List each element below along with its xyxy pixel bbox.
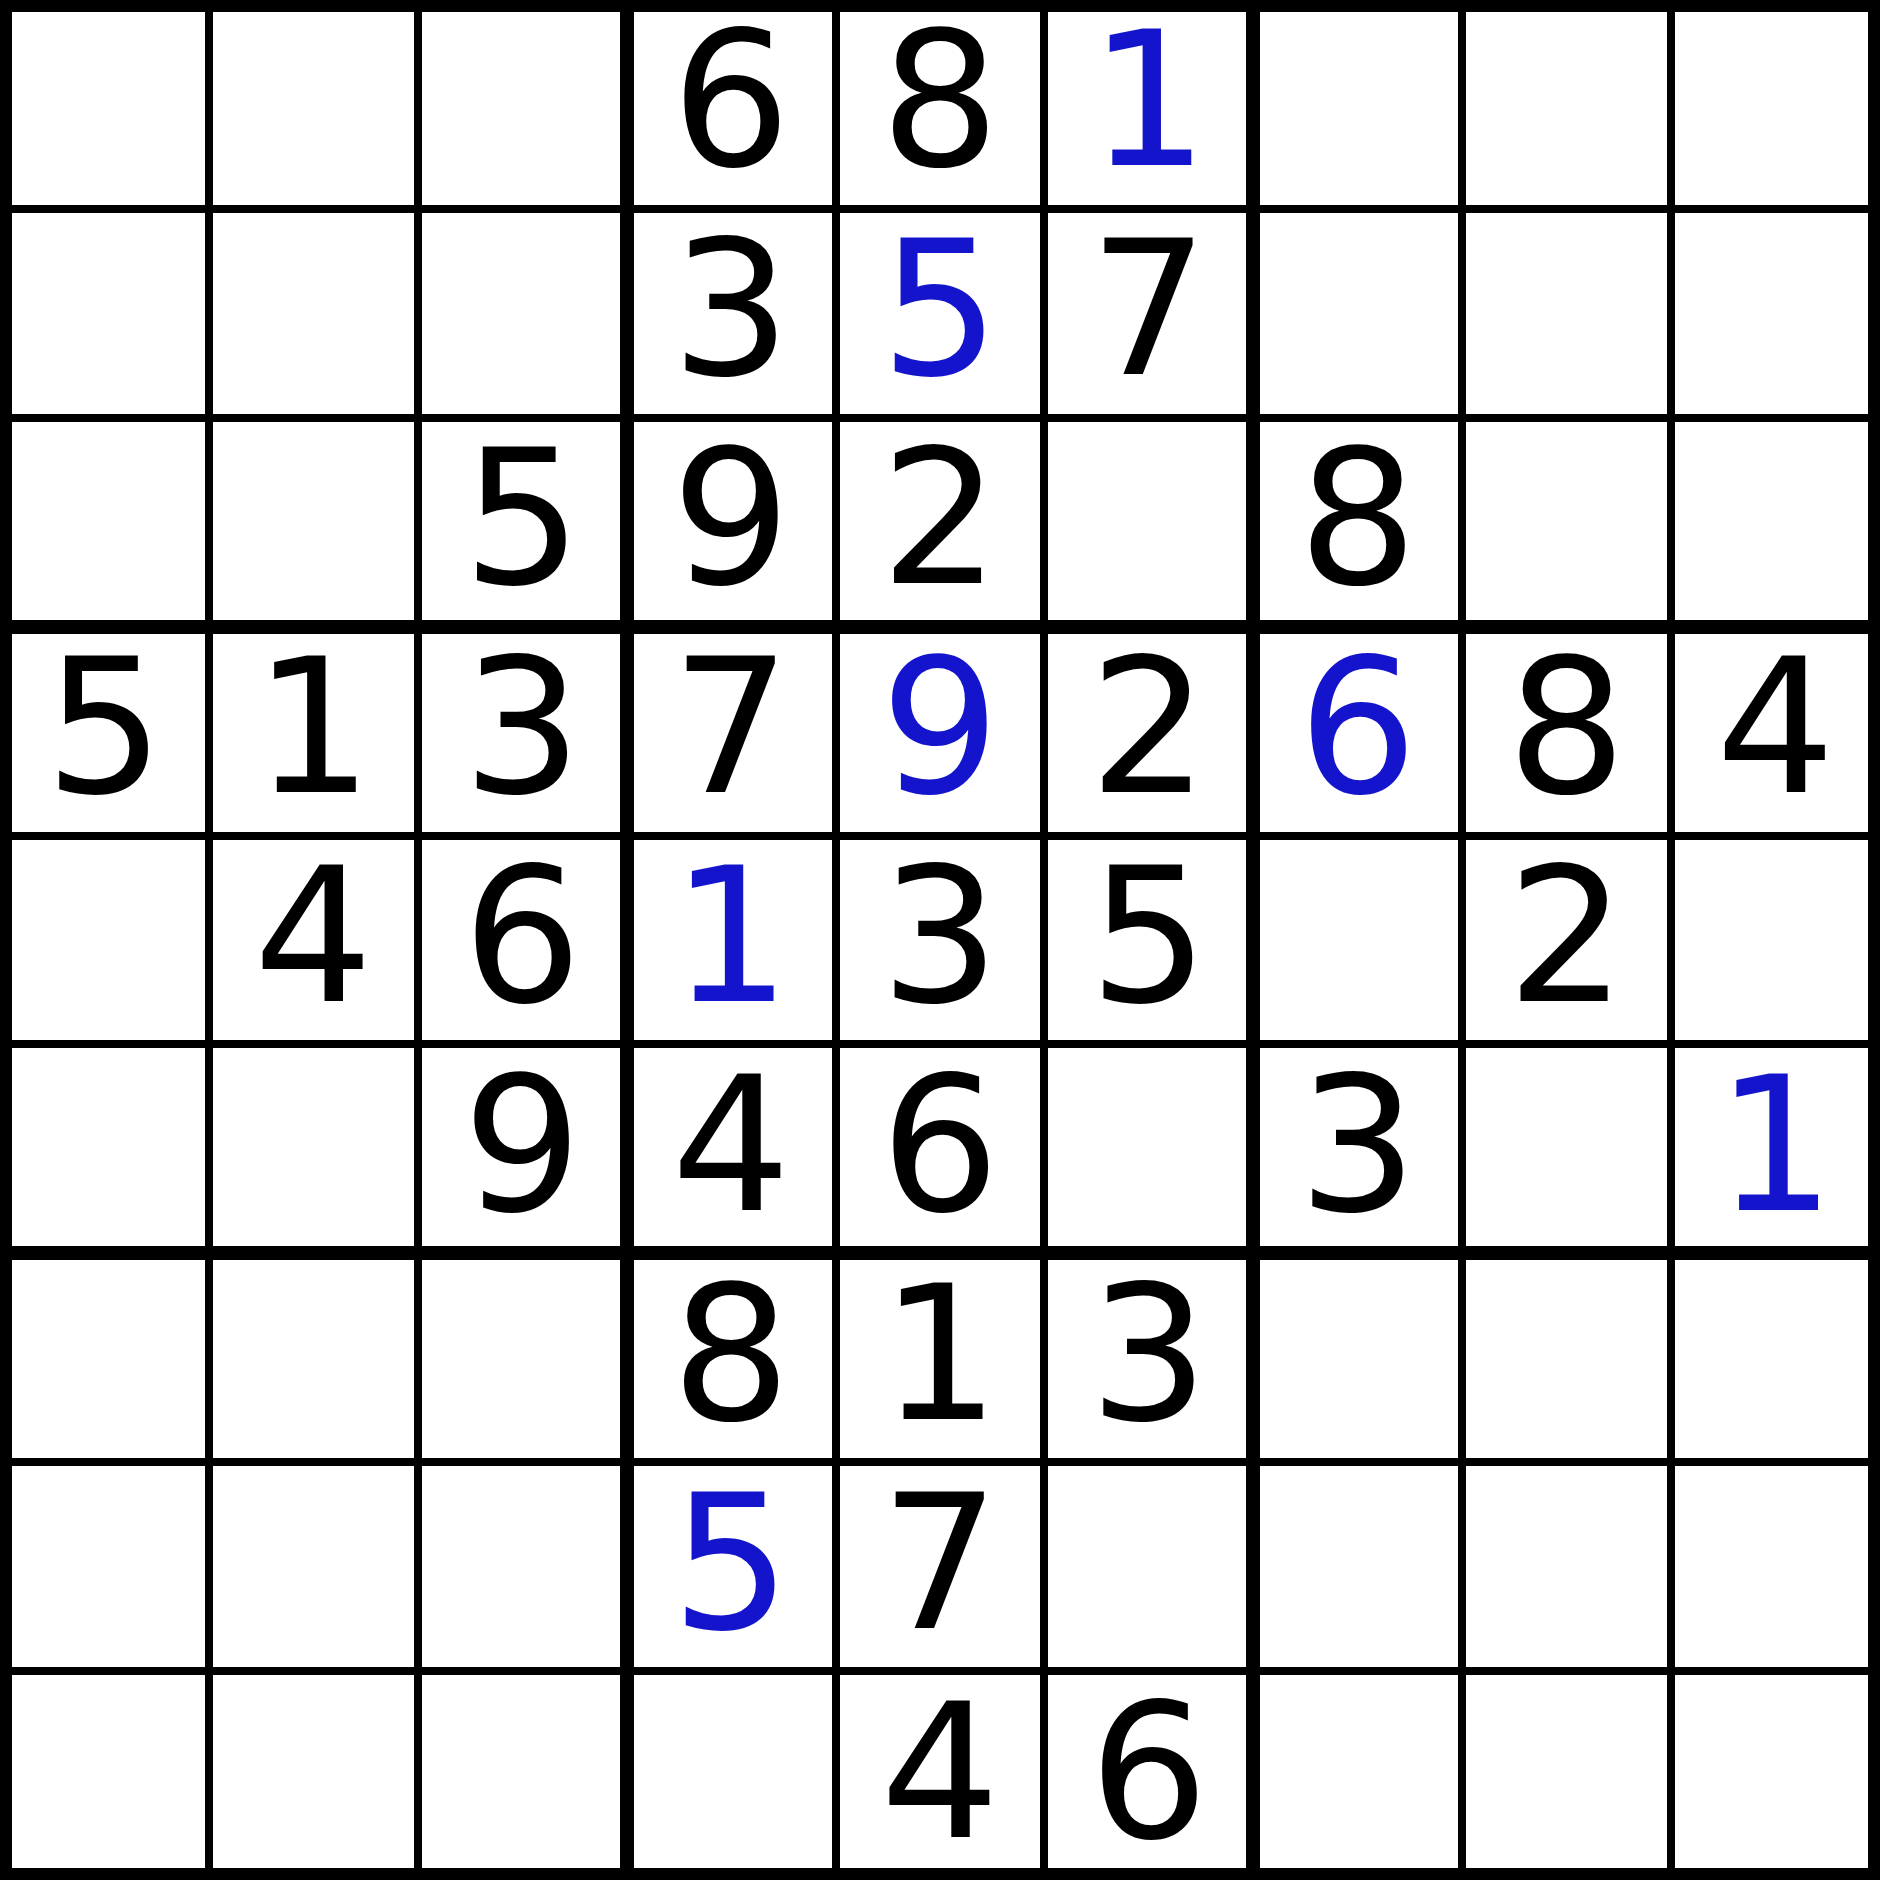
given-digit: 6 xyxy=(880,1051,1000,1239)
cell-r3c6[interactable] xyxy=(1044,418,1253,627)
cell-r9c9[interactable] xyxy=(1671,1671,1880,1880)
given-digit: 7 xyxy=(1089,215,1209,403)
given-digit: 6 xyxy=(1089,1678,1209,1866)
cell-r6c9[interactable]: 1 xyxy=(1671,1044,1880,1253)
cell-r8c8[interactable] xyxy=(1462,1462,1671,1671)
given-digit: 6 xyxy=(671,6,791,194)
entered-digit: 5 xyxy=(880,215,1000,403)
cell-r1c7[interactable] xyxy=(1253,0,1462,209)
cell-r2c8[interactable] xyxy=(1462,209,1671,418)
cell-r9c7[interactable] xyxy=(1253,1671,1462,1880)
given-digit: 9 xyxy=(671,424,791,612)
given-digit: 3 xyxy=(462,633,582,821)
given-digit: 3 xyxy=(1089,1260,1209,1448)
given-digit: 1 xyxy=(254,633,374,821)
cell-r9c2[interactable] xyxy=(209,1671,418,1880)
cell-r6c1[interactable] xyxy=(0,1044,209,1253)
given-digit: 2 xyxy=(1507,842,1627,1030)
cell-r1c5[interactable]: 8 xyxy=(836,0,1045,209)
cell-r5c2[interactable]: 4 xyxy=(209,836,418,1045)
cell-r1c3[interactable] xyxy=(418,0,627,209)
entered-digit: 1 xyxy=(671,842,791,1030)
cell-r5c3[interactable]: 6 xyxy=(418,836,627,1045)
cell-r6c2[interactable] xyxy=(209,1044,418,1253)
cell-r5c8[interactable]: 2 xyxy=(1462,836,1671,1045)
given-digit: 6 xyxy=(462,842,582,1030)
cell-r3c8[interactable] xyxy=(1462,418,1671,627)
cell-r2c5[interactable]: 5 xyxy=(836,209,1045,418)
cell-r9c8[interactable] xyxy=(1462,1671,1671,1880)
cell-r4c1[interactable]: 5 xyxy=(0,627,209,836)
cell-r6c5[interactable]: 6 xyxy=(836,1044,1045,1253)
given-digit: 7 xyxy=(880,1469,1000,1657)
given-digit: 7 xyxy=(671,633,791,821)
cell-r7c4[interactable]: 8 xyxy=(627,1253,836,1462)
given-digit: 5 xyxy=(45,633,165,821)
cell-r3c3[interactable]: 5 xyxy=(418,418,627,627)
cell-r2c4[interactable]: 3 xyxy=(627,209,836,418)
cell-r1c2[interactable] xyxy=(209,0,418,209)
cell-r6c4[interactable]: 4 xyxy=(627,1044,836,1253)
given-digit: 5 xyxy=(1089,842,1209,1030)
cell-r4c5[interactable]: 9 xyxy=(836,627,1045,836)
cell-r2c1[interactable] xyxy=(0,209,209,418)
cell-r1c6[interactable]: 1 xyxy=(1044,0,1253,209)
given-digit: 5 xyxy=(462,424,582,612)
cell-r8c5[interactable]: 7 xyxy=(836,1462,1045,1671)
cell-r4c9[interactable]: 4 xyxy=(1671,627,1880,836)
cell-r1c8[interactable] xyxy=(1462,0,1671,209)
cell-r1c1[interactable] xyxy=(0,0,209,209)
cell-r4c2[interactable]: 1 xyxy=(209,627,418,836)
given-digit: 2 xyxy=(880,424,1000,612)
given-digit: 4 xyxy=(1716,633,1836,821)
cell-r2c6[interactable]: 7 xyxy=(1044,209,1253,418)
cell-r1c4[interactable]: 6 xyxy=(627,0,836,209)
cell-r3c1[interactable] xyxy=(0,418,209,627)
cell-r6c6[interactable] xyxy=(1044,1044,1253,1253)
cell-r3c2[interactable] xyxy=(209,418,418,627)
cell-r8c1[interactable] xyxy=(0,1462,209,1671)
entered-digit: 5 xyxy=(671,1469,791,1657)
cell-r5c6[interactable]: 5 xyxy=(1044,836,1253,1045)
cell-r6c8[interactable] xyxy=(1462,1044,1671,1253)
cell-r4c4[interactable]: 7 xyxy=(627,627,836,836)
entered-digit: 9 xyxy=(880,633,1000,821)
given-digit: 4 xyxy=(671,1051,791,1239)
given-digit: 4 xyxy=(880,1678,1000,1866)
given-digit: 8 xyxy=(1298,424,1418,612)
cell-r3c5[interactable]: 2 xyxy=(836,418,1045,627)
cell-r6c3[interactable]: 9 xyxy=(418,1044,627,1253)
cell-r5c1[interactable] xyxy=(0,836,209,1045)
cell-r9c5[interactable]: 4 xyxy=(836,1671,1045,1880)
cell-r2c9[interactable] xyxy=(1671,209,1880,418)
cell-r2c2[interactable] xyxy=(209,209,418,418)
cell-r9c3[interactable] xyxy=(418,1671,627,1880)
cell-r2c7[interactable] xyxy=(1253,209,1462,418)
given-digit: 8 xyxy=(671,1260,791,1448)
cell-r1c9[interactable] xyxy=(1671,0,1880,209)
sudoku-board: 6813575928513792684461352946318135746 xyxy=(0,0,1880,1880)
cell-r5c7[interactable] xyxy=(1253,836,1462,1045)
cell-r7c6[interactable]: 3 xyxy=(1044,1253,1253,1462)
cell-r7c3[interactable] xyxy=(418,1253,627,1462)
given-digit: 2 xyxy=(1089,633,1209,821)
entered-digit: 1 xyxy=(1089,6,1209,194)
cell-r9c4[interactable] xyxy=(627,1671,836,1880)
given-digit: 3 xyxy=(1298,1051,1418,1239)
cell-r9c1[interactable] xyxy=(0,1671,209,1880)
given-digit: 8 xyxy=(880,6,1000,194)
cell-r5c9[interactable] xyxy=(1671,836,1880,1045)
cell-r7c8[interactable] xyxy=(1462,1253,1671,1462)
cell-r3c7[interactable]: 8 xyxy=(1253,418,1462,627)
cell-r3c9[interactable] xyxy=(1671,418,1880,627)
cell-r7c5[interactable]: 1 xyxy=(836,1253,1045,1462)
cell-r7c7[interactable] xyxy=(1253,1253,1462,1462)
given-digit: 9 xyxy=(462,1051,582,1239)
entered-digit: 1 xyxy=(1716,1051,1836,1239)
cell-r6c7[interactable]: 3 xyxy=(1253,1044,1462,1253)
given-digit: 3 xyxy=(671,215,791,403)
cell-r8c6[interactable] xyxy=(1044,1462,1253,1671)
cell-r3c4[interactable]: 9 xyxy=(627,418,836,627)
given-digit: 1 xyxy=(880,1260,1000,1448)
given-digit: 4 xyxy=(254,842,374,1030)
cell-r7c2[interactable] xyxy=(209,1253,418,1462)
cell-r5c4[interactable]: 1 xyxy=(627,836,836,1045)
cell-r7c1[interactable] xyxy=(0,1253,209,1462)
cell-r4c3[interactable]: 3 xyxy=(418,627,627,836)
cell-r9c6[interactable]: 6 xyxy=(1044,1671,1253,1880)
cell-r4c8[interactable]: 8 xyxy=(1462,627,1671,836)
cell-r2c3[interactable] xyxy=(418,209,627,418)
cell-r8c9[interactable] xyxy=(1671,1462,1880,1671)
cell-r7c9[interactable] xyxy=(1671,1253,1880,1462)
cell-r4c7[interactable]: 6 xyxy=(1253,627,1462,836)
cell-r8c7[interactable] xyxy=(1253,1462,1462,1671)
cell-r5c5[interactable]: 3 xyxy=(836,836,1045,1045)
cell-r8c4[interactable]: 5 xyxy=(627,1462,836,1671)
cell-layer: 6813575928513792684461352946318135746 xyxy=(0,0,1880,1880)
given-digit: 8 xyxy=(1507,633,1627,821)
cell-r4c6[interactable]: 2 xyxy=(1044,627,1253,836)
entered-digit: 6 xyxy=(1298,633,1418,821)
given-digit: 3 xyxy=(880,842,1000,1030)
cell-r8c2[interactable] xyxy=(209,1462,418,1671)
cell-r8c3[interactable] xyxy=(418,1462,627,1671)
